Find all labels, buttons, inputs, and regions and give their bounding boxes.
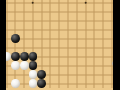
board-intersection[interactable] [72,43,81,52]
board-intersection[interactable] [55,52,64,61]
board-intersection[interactable] [20,61,29,70]
board-intersection[interactable] [37,25,46,34]
board-intersection[interactable] [29,34,38,43]
black-stone [11,52,20,61]
board-intersection[interactable] [46,0,55,7]
board-intersection[interactable] [72,70,81,79]
board-intersection[interactable] [55,7,64,16]
board-intersection[interactable] [90,25,99,34]
board-intersection[interactable] [81,43,90,52]
board-intersection[interactable] [20,0,29,7]
board-intersection[interactable] [81,52,90,61]
board-intersection[interactable] [64,0,73,7]
board-intersection[interactable] [72,0,81,7]
go-board[interactable] [6,0,113,90]
board-intersection[interactable] [99,61,108,70]
board-intersection[interactable] [11,79,20,88]
board-intersection[interactable] [64,52,73,61]
board-intersection[interactable] [72,34,81,43]
board-intersection[interactable] [37,79,46,88]
board-intersection[interactable] [81,61,90,70]
board-intersection[interactable] [64,43,73,52]
board-intersection[interactable] [55,70,64,79]
white-stone [20,61,29,70]
board-intersection[interactable] [81,16,90,25]
board-intersection[interactable] [90,0,99,7]
board-intersection[interactable] [29,25,38,34]
board-intersection[interactable] [11,16,20,25]
board-intersection[interactable] [20,25,29,34]
board-intersection[interactable] [29,61,38,70]
letterbox-left-bar [0,0,6,90]
board-intersection[interactable] [99,25,108,34]
board-intersection[interactable] [20,7,29,16]
board-intersection[interactable] [11,70,20,79]
board-intersection[interactable] [90,43,99,52]
board-intersection[interactable] [20,70,29,79]
board-intersection[interactable] [90,70,99,79]
board-intersection[interactable] [37,7,46,16]
board-intersection[interactable] [99,0,108,7]
board-intersection[interactable] [29,0,38,7]
board-intersection[interactable] [11,52,20,61]
board-intersection[interactable] [72,79,81,88]
board-intersection[interactable] [11,7,20,16]
board-intersection[interactable] [64,70,73,79]
white-stone [29,79,38,88]
board-intersection[interactable] [64,16,73,25]
board-intersection[interactable] [37,0,46,7]
board-intersection[interactable] [46,34,55,43]
board-intersection[interactable] [55,25,64,34]
board-intersection[interactable] [55,43,64,52]
board-intersection[interactable] [81,0,90,7]
board-intersection[interactable] [55,79,64,88]
board-intersection[interactable] [81,25,90,34]
board-intersection[interactable] [99,43,108,52]
black-stone [37,70,46,79]
board-intersection[interactable] [99,7,108,16]
board-intersection[interactable] [90,52,99,61]
board-intersection[interactable] [29,52,38,61]
board-intersection[interactable] [46,25,55,34]
board-intersection[interactable] [20,43,29,52]
board-intersection[interactable] [11,25,20,34]
board-intersection[interactable] [46,16,55,25]
board-intersection[interactable] [72,61,81,70]
board-intersection[interactable] [29,7,38,16]
star-point [84,1,87,4]
board-intersection[interactable] [72,52,81,61]
board-intersection[interactable] [46,79,55,88]
board-intersection[interactable] [81,7,90,16]
board-intersection[interactable] [20,79,29,88]
board-intersection[interactable] [29,79,38,88]
board-intersection[interactable] [20,16,29,25]
board-intersection[interactable] [90,61,99,70]
board-intersection[interactable] [99,52,108,61]
board-intersection[interactable] [72,25,81,34]
board-intersection[interactable] [20,52,29,61]
board-intersection[interactable] [37,52,46,61]
board-intersection[interactable] [11,34,20,43]
board-intersection[interactable] [37,34,46,43]
board-intersection[interactable] [46,52,55,61]
board-intersection[interactable] [37,61,46,70]
board-intersection[interactable] [64,34,73,43]
board-intersection[interactable] [90,79,99,88]
board-intersection[interactable] [99,16,108,25]
black-stone [29,61,38,70]
board-intersection[interactable] [81,70,90,79]
board-intersection[interactable] [81,79,90,88]
board-intersection[interactable] [46,43,55,52]
board-intersection[interactable] [37,43,46,52]
board-intersection[interactable] [37,16,46,25]
board-intersection[interactable] [90,34,99,43]
board-intersection[interactable] [72,16,81,25]
board-intersection[interactable] [90,7,99,16]
letterbox-right-bar [113,0,120,90]
board-intersection[interactable] [11,0,20,7]
board-intersection[interactable] [11,43,20,52]
board-intersection[interactable] [72,7,81,16]
board-intersection[interactable] [64,79,73,88]
star-point [32,1,35,4]
board-intersection[interactable] [64,25,73,34]
board-intersection[interactable] [55,0,64,7]
board-intersection[interactable] [99,79,108,88]
board-intersection[interactable] [64,61,73,70]
white-stone [11,61,20,70]
board-intersection[interactable] [29,16,38,25]
board-intersection[interactable] [46,61,55,70]
black-stone [20,52,29,61]
board-intersection[interactable] [29,70,38,79]
board-intersection[interactable] [99,70,108,79]
board-intersection[interactable] [81,34,90,43]
black-stone [11,34,20,43]
board-intersection[interactable] [99,34,108,43]
go-app-screenshot [0,0,120,90]
board-grid [2,0,116,88]
board-intersection[interactable] [11,61,20,70]
board-intersection[interactable] [90,16,99,25]
board-intersection[interactable] [55,16,64,25]
board-intersection[interactable] [29,43,38,52]
board-intersection[interactable] [46,70,55,79]
white-stone [29,70,38,79]
board-intersection[interactable] [55,61,64,70]
board-intersection[interactable] [46,7,55,16]
black-stone [37,79,46,88]
board-intersection[interactable] [37,70,46,79]
board-intersection[interactable] [55,34,64,43]
board-intersection[interactable] [64,7,73,16]
white-stone [11,79,20,88]
board-intersection[interactable] [20,34,29,43]
black-stone [29,52,38,61]
